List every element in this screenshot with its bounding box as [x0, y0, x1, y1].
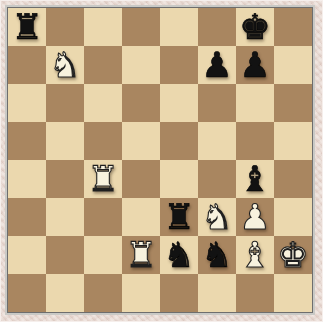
square-g2[interactable]: ♝: [236, 236, 274, 274]
square-h4[interactable]: [274, 160, 312, 198]
square-a4[interactable]: [8, 160, 46, 198]
square-d3[interactable]: [122, 198, 160, 236]
square-d7[interactable]: [122, 46, 160, 84]
square-h3[interactable]: [274, 198, 312, 236]
square-b3[interactable]: [46, 198, 84, 236]
square-g4[interactable]: ♝: [236, 160, 274, 198]
piece-white-knight[interactable]: ♞: [201, 198, 232, 236]
square-a2[interactable]: [8, 236, 46, 274]
square-a7[interactable]: [8, 46, 46, 84]
square-d1[interactable]: [122, 274, 160, 312]
square-c4[interactable]: ♜: [84, 160, 122, 198]
square-h2[interactable]: ♚: [274, 236, 312, 274]
square-g5[interactable]: [236, 122, 274, 160]
square-b8[interactable]: [46, 8, 84, 46]
square-b5[interactable]: [46, 122, 84, 160]
square-h8[interactable]: [274, 8, 312, 46]
square-d4[interactable]: [122, 160, 160, 198]
square-b7[interactable]: ♞: [46, 46, 84, 84]
square-e7[interactable]: [160, 46, 198, 84]
piece-black-knight[interactable]: ♞: [201, 236, 232, 274]
square-c5[interactable]: [84, 122, 122, 160]
piece-black-rook[interactable]: ♜: [163, 198, 194, 236]
square-c1[interactable]: [84, 274, 122, 312]
square-f2[interactable]: ♞: [198, 236, 236, 274]
piece-black-knight[interactable]: ♞: [163, 236, 194, 274]
piece-black-pawn[interactable]: ♟: [201, 46, 232, 84]
square-e6[interactable]: [160, 84, 198, 122]
piece-white-rook[interactable]: ♜: [125, 236, 156, 274]
square-h5[interactable]: [274, 122, 312, 160]
square-h1[interactable]: [274, 274, 312, 312]
square-g3[interactable]: ♟: [236, 198, 274, 236]
square-b2[interactable]: [46, 236, 84, 274]
square-e2[interactable]: ♞: [160, 236, 198, 274]
square-g8[interactable]: ♚: [236, 8, 274, 46]
square-f8[interactable]: [198, 8, 236, 46]
piece-black-rook[interactable]: ♜: [11, 8, 42, 46]
square-b4[interactable]: [46, 160, 84, 198]
square-g6[interactable]: [236, 84, 274, 122]
piece-black-bishop[interactable]: ♝: [239, 160, 270, 198]
square-h7[interactable]: [274, 46, 312, 84]
square-c7[interactable]: [84, 46, 122, 84]
square-a1[interactable]: [8, 274, 46, 312]
square-c2[interactable]: [84, 236, 122, 274]
square-e5[interactable]: [160, 122, 198, 160]
square-a3[interactable]: [8, 198, 46, 236]
square-f1[interactable]: [198, 274, 236, 312]
square-e4[interactable]: [160, 160, 198, 198]
piece-white-knight[interactable]: ♞: [49, 46, 80, 84]
square-c3[interactable]: [84, 198, 122, 236]
square-d5[interactable]: [122, 122, 160, 160]
piece-white-rook[interactable]: ♜: [87, 160, 118, 198]
square-f3[interactable]: ♞: [198, 198, 236, 236]
square-b6[interactable]: [46, 84, 84, 122]
square-f6[interactable]: [198, 84, 236, 122]
board-frame: ♜♚♞♟♟♜♝♜♞♟♜♞♞♝♚: [0, 0, 323, 322]
square-e3[interactable]: ♜: [160, 198, 198, 236]
piece-black-pawn[interactable]: ♟: [239, 46, 270, 84]
square-g1[interactable]: [236, 274, 274, 312]
square-a6[interactable]: [8, 84, 46, 122]
piece-white-pawn[interactable]: ♟: [239, 198, 270, 236]
square-a8[interactable]: ♜: [8, 8, 46, 46]
square-e8[interactable]: [160, 8, 198, 46]
square-b1[interactable]: [46, 274, 84, 312]
piece-black-king[interactable]: ♚: [239, 8, 270, 46]
square-f5[interactable]: [198, 122, 236, 160]
square-c6[interactable]: [84, 84, 122, 122]
piece-white-bishop[interactable]: ♝: [239, 236, 270, 274]
square-f4[interactable]: [198, 160, 236, 198]
square-a5[interactable]: [8, 122, 46, 160]
square-d2[interactable]: ♜: [122, 236, 160, 274]
square-g7[interactable]: ♟: [236, 46, 274, 84]
piece-white-king[interactable]: ♚: [277, 236, 308, 274]
square-f7[interactable]: ♟: [198, 46, 236, 84]
square-h6[interactable]: [274, 84, 312, 122]
chess-board: ♜♚♞♟♟♜♝♜♞♟♜♞♞♝♚: [8, 8, 312, 312]
square-d8[interactable]: [122, 8, 160, 46]
square-e1[interactable]: [160, 274, 198, 312]
square-d6[interactable]: [122, 84, 160, 122]
square-c8[interactable]: [84, 8, 122, 46]
